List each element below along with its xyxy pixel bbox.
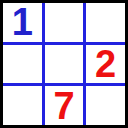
cell-r0c0[interactable]: 1 <box>3 3 42 42</box>
cell-r2c1[interactable]: 7 <box>45 86 84 125</box>
cell-r2c2[interactable] <box>86 86 125 125</box>
cell-r1c1[interactable] <box>45 45 84 84</box>
cell-r0c2[interactable] <box>86 3 125 42</box>
cell-r0c1[interactable] <box>45 3 84 42</box>
cell-r1c2[interactable]: 2 <box>86 45 125 84</box>
sudoku-board: 1 2 7 <box>0 0 128 128</box>
cell-r2c0[interactable] <box>3 86 42 125</box>
cell-r1c0[interactable] <box>3 45 42 84</box>
